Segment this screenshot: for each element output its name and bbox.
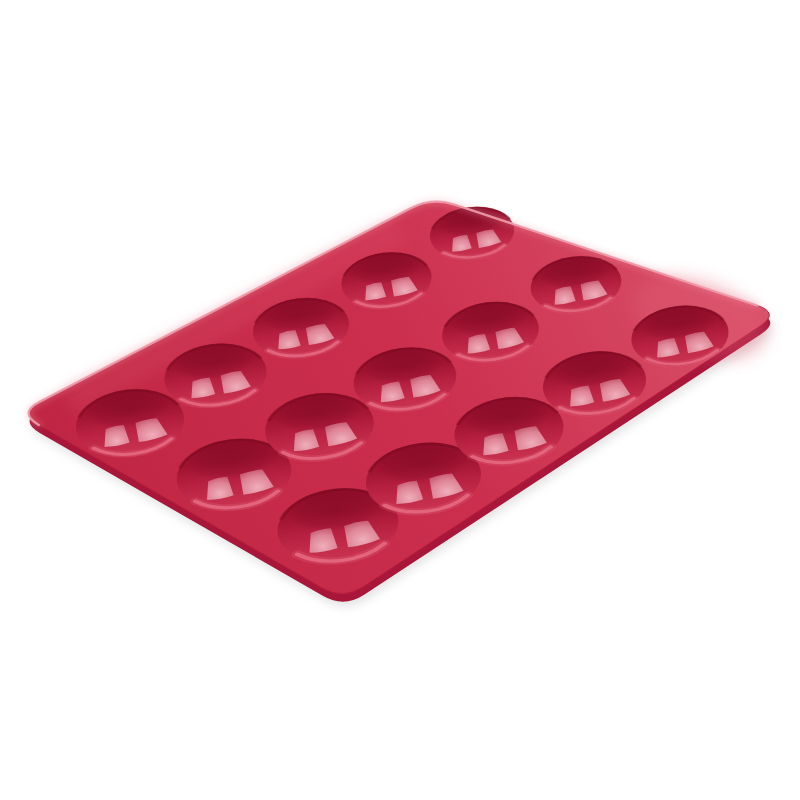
product-photo (0, 0, 800, 800)
silicone-mold-illustration (0, 0, 800, 800)
